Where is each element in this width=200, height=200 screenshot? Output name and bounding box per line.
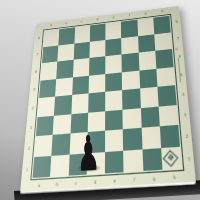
- square-a4: [38, 97, 56, 117]
- coord-label: 4: [179, 84, 187, 105]
- square-g4: [140, 87, 159, 108]
- coord-label: 3: [181, 104, 189, 126]
- coord-label: b: [48, 181, 67, 189]
- coord-label: 1: [185, 147, 194, 171]
- square-f7: [121, 36, 138, 55]
- square-f5: [122, 70, 140, 90]
- coord-label: e: [105, 177, 125, 186]
- square-c4: [71, 93, 88, 113]
- square-d5: [88, 74, 105, 94]
- square-a6: [41, 61, 58, 80]
- square-d4: [88, 92, 105, 113]
- square-c7: [73, 41, 89, 59]
- coord-label: 7: [174, 30, 181, 48]
- square-g7: [138, 34, 155, 53]
- copyright-fine-print-line: [177, 58, 180, 83]
- square-h3: [158, 105, 178, 127]
- square-h2: [160, 125, 180, 148]
- square-h7: [154, 32, 172, 51]
- square-f3: [123, 108, 142, 130]
- square-b5: [55, 77, 72, 97]
- square-f1: [123, 149, 142, 172]
- black-pawn: ♟: [76, 126, 101, 182]
- coord-label: f: [124, 176, 144, 185]
- square-b1: [50, 154, 69, 177]
- coord-label: g: [144, 175, 165, 184]
- square-b2: [52, 133, 70, 155]
- square-e7: [105, 38, 121, 57]
- square-a3: [36, 115, 54, 136]
- coord-label: a: [29, 182, 48, 190]
- diamond-ornament-icon: ❖: [162, 148, 180, 167]
- coord-label: h: [164, 173, 185, 182]
- square-b7: [58, 43, 74, 61]
- square-a7: [42, 45, 59, 63]
- square-a1: [33, 155, 52, 178]
- square-e5: [105, 72, 122, 92]
- square-g5: [139, 68, 157, 88]
- square-d6: [89, 56, 106, 75]
- square-b4: [54, 95, 72, 115]
- square-c5: [72, 75, 89, 95]
- square-e3: [105, 109, 123, 130]
- copyright-text: ©: [174, 47, 178, 52]
- square-e1: [105, 150, 124, 173]
- square-d7: [89, 40, 105, 58]
- square-g6: [138, 51, 156, 70]
- brand-logo: ❖: [162, 148, 180, 167]
- square-e6: [105, 54, 122, 73]
- coord-label: 8: [173, 13, 180, 30]
- square-a5: [39, 79, 56, 98]
- square-e4: [105, 90, 122, 111]
- photo-canvas: abcdefgh abcdefgh 87654321 87654321 ❖ © …: [0, 0, 200, 200]
- square-a2: [34, 135, 53, 157]
- square-g1: [142, 148, 162, 171]
- square-b3: [53, 114, 71, 135]
- square-g2: [141, 126, 161, 149]
- square-e2: [105, 129, 123, 151]
- square-h4: [157, 85, 176, 106]
- square-f6: [122, 53, 139, 72]
- square-b6: [56, 60, 73, 79]
- square-d8: [90, 24, 106, 42]
- board-grid: [33, 16, 182, 178]
- coord-label: 2: [183, 125, 192, 148]
- square-h5: [156, 67, 175, 87]
- square-g3: [140, 106, 159, 128]
- square-f2: [123, 128, 142, 150]
- square-h6: [155, 49, 173, 68]
- square-f4: [122, 88, 140, 109]
- square-c6: [73, 58, 90, 77]
- chess-board: abcdefgh abcdefgh 87654321 87654321 ❖ ©: [20, 6, 196, 193]
